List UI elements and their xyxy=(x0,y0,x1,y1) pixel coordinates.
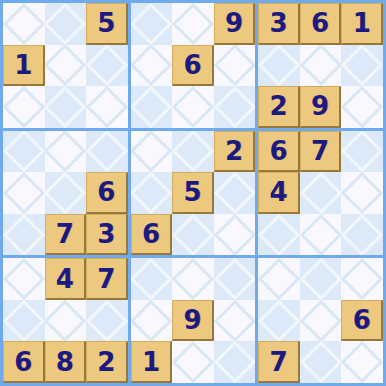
cell-r7c6[interactable] xyxy=(214,258,256,300)
cell-r8c5: 9 xyxy=(172,300,214,342)
cell-r2c7[interactable] xyxy=(258,45,300,87)
given-digit: 2 xyxy=(97,349,115,375)
box-r2c3: 674 xyxy=(258,131,383,256)
cell-r1c1[interactable] xyxy=(3,3,45,45)
cell-r5c5: 5 xyxy=(172,172,214,214)
cell-r1c7: 3 xyxy=(258,3,300,45)
cell-r9c4: 1 xyxy=(131,341,173,383)
given-digit: 3 xyxy=(270,10,288,36)
box-r3c2: 91 xyxy=(131,258,256,383)
cell-r3c2[interactable] xyxy=(45,86,87,128)
cell-r7c2: 4 xyxy=(45,258,87,300)
cell-r8c2[interactable] xyxy=(45,300,87,342)
cell-r3c4[interactable] xyxy=(131,86,173,128)
cell-r3c9[interactable] xyxy=(341,86,383,128)
given-digit: 7 xyxy=(270,349,288,375)
cell-r9c8[interactable] xyxy=(300,341,342,383)
cell-r7c8[interactable] xyxy=(300,258,342,300)
cell-r1c4[interactable] xyxy=(131,3,173,45)
cell-r3c7: 2 xyxy=(258,86,300,128)
cell-r2c8[interactable] xyxy=(300,45,342,87)
cell-r6c3: 3 xyxy=(86,214,128,256)
cell-r2c2[interactable] xyxy=(45,45,87,87)
cell-r8c9: 6 xyxy=(341,300,383,342)
box-r3c3: 67 xyxy=(258,258,383,383)
cell-r5c8[interactable] xyxy=(300,172,342,214)
cell-r3c5[interactable] xyxy=(172,86,214,128)
cell-r5c4[interactable] xyxy=(131,172,173,214)
cell-r1c6: 9 xyxy=(214,3,256,45)
cell-r8c3[interactable] xyxy=(86,300,128,342)
cell-r5c3: 6 xyxy=(86,172,128,214)
box-r1c3: 36129 xyxy=(258,3,383,128)
cell-r5c9[interactable] xyxy=(341,172,383,214)
cell-r7c9[interactable] xyxy=(341,258,383,300)
cell-r4c2[interactable] xyxy=(45,131,87,173)
cell-r6c4: 6 xyxy=(131,214,173,256)
cell-r8c6[interactable] xyxy=(214,300,256,342)
cell-r5c7: 4 xyxy=(258,172,300,214)
cell-r9c2: 8 xyxy=(45,341,87,383)
cell-r3c3[interactable] xyxy=(86,86,128,128)
given-digit: 1 xyxy=(142,349,160,375)
box-r1c2: 96 xyxy=(131,3,256,128)
given-digit: 9 xyxy=(183,307,201,333)
cell-r9c6[interactable] xyxy=(214,341,256,383)
given-digit: 5 xyxy=(97,10,115,36)
cell-r5c6[interactable] xyxy=(214,172,256,214)
cell-r6c8[interactable] xyxy=(300,214,342,256)
cell-r4c1[interactable] xyxy=(3,131,45,173)
cell-r6c1[interactable] xyxy=(3,214,45,256)
given-digit: 6 xyxy=(183,52,201,78)
cell-r1c9: 1 xyxy=(341,3,383,45)
cell-r2c3[interactable] xyxy=(86,45,128,87)
cell-r1c8: 6 xyxy=(300,3,342,45)
cell-r3c8: 9 xyxy=(300,86,342,128)
cell-r4c9[interactable] xyxy=(341,131,383,173)
cell-r8c8[interactable] xyxy=(300,300,342,342)
given-digit: 9 xyxy=(311,93,329,119)
given-digit: 2 xyxy=(225,138,243,164)
cell-r6c7[interactable] xyxy=(258,214,300,256)
given-digit: 5 xyxy=(183,179,201,205)
cell-r1c2[interactable] xyxy=(45,3,87,45)
cell-r4c5[interactable] xyxy=(172,131,214,173)
box-r3c1: 47682 xyxy=(3,258,128,383)
cell-r4c3[interactable] xyxy=(86,131,128,173)
given-digit: 7 xyxy=(56,221,74,247)
cell-r1c5[interactable] xyxy=(172,3,214,45)
given-digit: 7 xyxy=(97,266,115,292)
given-digit: 7 xyxy=(311,138,329,164)
given-digit: 6 xyxy=(142,221,160,247)
sudoku-board: 519636129673256674476829167 xyxy=(0,0,386,386)
given-digit: 8 xyxy=(56,349,74,375)
cell-r2c4[interactable] xyxy=(131,45,173,87)
cell-r6c9[interactable] xyxy=(341,214,383,256)
given-digit: 3 xyxy=(97,221,115,247)
cell-r6c2: 7 xyxy=(45,214,87,256)
cell-r7c5[interactable] xyxy=(172,258,214,300)
cell-r4c8: 7 xyxy=(300,131,342,173)
cell-r7c7[interactable] xyxy=(258,258,300,300)
cell-r4c7: 6 xyxy=(258,131,300,173)
cell-r2c9[interactable] xyxy=(341,45,383,87)
cell-r7c3: 7 xyxy=(86,258,128,300)
cell-r7c4[interactable] xyxy=(131,258,173,300)
given-digit: 6 xyxy=(270,138,288,164)
cell-r4c6: 2 xyxy=(214,131,256,173)
cell-r1c3: 5 xyxy=(86,3,128,45)
cell-r9c1: 6 xyxy=(3,341,45,383)
cell-r5c2[interactable] xyxy=(45,172,87,214)
cell-r3c6[interactable] xyxy=(214,86,256,128)
given-digit: 4 xyxy=(270,179,288,205)
cell-r8c1[interactable] xyxy=(3,300,45,342)
cell-r2c5: 6 xyxy=(172,45,214,87)
cell-r2c6[interactable] xyxy=(214,45,256,87)
cell-r9c9[interactable] xyxy=(341,341,383,383)
cell-r8c7[interactable] xyxy=(258,300,300,342)
box-r2c2: 256 xyxy=(131,131,256,256)
cell-r6c6[interactable] xyxy=(214,214,256,256)
given-digit: 6 xyxy=(97,179,115,205)
given-digit: 9 xyxy=(225,10,243,36)
cell-r2c1: 1 xyxy=(3,45,45,87)
given-digit: 2 xyxy=(270,93,288,119)
cell-r8c4[interactable] xyxy=(131,300,173,342)
given-digit: 1 xyxy=(14,52,32,78)
box-r2c1: 673 xyxy=(3,131,128,256)
given-digit: 4 xyxy=(56,266,74,292)
given-digit: 6 xyxy=(353,307,371,333)
cell-r4c4[interactable] xyxy=(131,131,173,173)
cell-r5c1[interactable] xyxy=(3,172,45,214)
given-digit: 6 xyxy=(14,349,32,375)
cell-r7c1[interactable] xyxy=(3,258,45,300)
given-digit: 1 xyxy=(353,10,371,36)
box-r1c1: 51 xyxy=(3,3,128,128)
cell-r9c3: 2 xyxy=(86,341,128,383)
cell-r9c5[interactable] xyxy=(172,341,214,383)
cell-r3c1[interactable] xyxy=(3,86,45,128)
given-digit: 6 xyxy=(311,10,329,36)
cell-r9c7: 7 xyxy=(258,341,300,383)
cell-r6c5[interactable] xyxy=(172,214,214,256)
